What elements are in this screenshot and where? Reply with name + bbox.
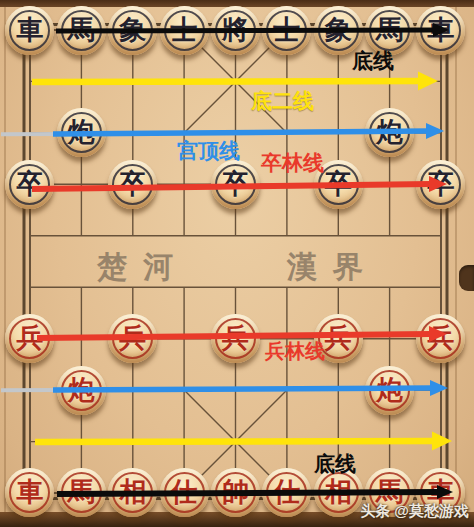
board-point[interactable]: 兵 — [210, 313, 261, 364]
piece-character: 相 — [119, 479, 146, 506]
piece-black-chariot[interactable]: 車 — [5, 6, 54, 55]
board-point[interactable] — [364, 210, 415, 261]
piece-character: 士 — [273, 17, 300, 44]
board-point[interactable] — [4, 416, 55, 467]
board-point[interactable] — [415, 416, 466, 467]
board-point[interactable] — [4, 107, 55, 158]
piece-red-cannon[interactable]: 炮 — [57, 366, 106, 415]
board-point[interactable] — [4, 261, 55, 312]
board-point[interactable]: 車 — [4, 467, 55, 518]
piece-character: 卒 — [222, 171, 249, 198]
piece-character: 馬 — [68, 17, 95, 44]
board-point[interactable]: 炮 — [56, 364, 107, 415]
board-point[interactable] — [107, 107, 158, 158]
board-point[interactable]: 將 — [210, 4, 261, 55]
board-point[interactable]: 帥 — [210, 467, 261, 518]
piece-character: 兵 — [222, 325, 249, 352]
board-point[interactable] — [415, 364, 466, 415]
board-point[interactable] — [107, 416, 158, 467]
piece-character: 兵 — [119, 325, 146, 352]
piece-red-soldier[interactable]: 兵 — [416, 314, 465, 363]
board-point[interactable] — [158, 159, 209, 210]
board-point[interactable] — [107, 261, 158, 312]
piece-black-soldier[interactable]: 卒 — [5, 160, 54, 209]
piece-character: 炮 — [68, 377, 95, 404]
piece-black-cannon[interactable]: 炮 — [365, 108, 414, 157]
board-point[interactable]: 炮 — [56, 107, 107, 158]
board-point[interactable]: 卒 — [4, 159, 55, 210]
board-points: 車馬象士將士象馬車炮炮卒卒卒卒卒兵兵兵兵兵炮炮車馬相仕帥仕相馬車 — [4, 4, 466, 518]
board-point[interactable] — [107, 364, 158, 415]
board-point[interactable]: 兵 — [107, 313, 158, 364]
board-point[interactable] — [415, 107, 466, 158]
board-point[interactable] — [261, 261, 312, 312]
piece-black-horse[interactable]: 馬 — [365, 6, 414, 55]
board-point[interactable] — [56, 416, 107, 467]
board-point[interactable] — [4, 210, 55, 261]
board-point[interactable]: 炮 — [364, 107, 415, 158]
board-point[interactable] — [313, 107, 364, 158]
board-point[interactable] — [4, 56, 55, 107]
piece-black-cannon[interactable]: 炮 — [57, 108, 106, 157]
board-point[interactable] — [210, 56, 261, 107]
board-point[interactable]: 馬 — [56, 467, 107, 518]
board-point[interactable]: 兵 — [415, 313, 466, 364]
board-point[interactable] — [364, 159, 415, 210]
board-point[interactable]: 卒 — [107, 159, 158, 210]
board-point[interactable]: 士 — [261, 4, 312, 55]
piece-red-advisor[interactable]: 仕 — [160, 468, 209, 517]
board-point[interactable] — [158, 107, 209, 158]
board-point[interactable]: 象 — [313, 4, 364, 55]
board-point[interactable] — [415, 261, 466, 312]
board-point[interactable] — [158, 364, 209, 415]
piece-black-elephant[interactable]: 象 — [314, 6, 363, 55]
piece-character: 將 — [222, 17, 249, 44]
board-point[interactable] — [364, 416, 415, 467]
board-point[interactable]: 相 — [313, 467, 364, 518]
piece-character: 炮 — [376, 119, 403, 146]
board-point[interactable] — [313, 261, 364, 312]
board-point[interactable] — [56, 56, 107, 107]
piece-black-soldier[interactable]: 卒 — [108, 160, 157, 209]
board-point[interactable] — [313, 364, 364, 415]
piece-red-soldier[interactable]: 兵 — [211, 314, 260, 363]
piece-black-advisor[interactable]: 士 — [262, 6, 311, 55]
board-point[interactable] — [261, 56, 312, 107]
board-point[interactable]: 卒 — [210, 159, 261, 210]
board-point[interactable] — [210, 107, 261, 158]
board-point[interactable] — [261, 364, 312, 415]
piece-character: 兵 — [325, 325, 352, 352]
board-point[interactable] — [364, 313, 415, 364]
board-point[interactable] — [56, 159, 107, 210]
board-point[interactable] — [210, 210, 261, 261]
board-point[interactable] — [261, 210, 312, 261]
piece-black-chariot[interactable]: 車 — [416, 6, 465, 55]
piece-character: 兵 — [16, 325, 43, 352]
piece-character: 仕 — [171, 479, 198, 506]
board-point[interactable] — [415, 56, 466, 107]
board-point[interactable] — [56, 313, 107, 364]
board-point[interactable] — [107, 210, 158, 261]
board-point[interactable] — [4, 364, 55, 415]
piece-character: 車 — [16, 479, 43, 506]
piece-character: 兵 — [427, 325, 454, 352]
piece-black-soldier[interactable]: 卒 — [211, 160, 260, 209]
board-point[interactable] — [158, 56, 209, 107]
piece-character: 象 — [119, 17, 146, 44]
board-point[interactable] — [261, 313, 312, 364]
board-point[interactable]: 相 — [107, 467, 158, 518]
piece-character: 卒 — [16, 171, 43, 198]
piece-character: 帥 — [222, 479, 249, 506]
piece-black-soldier[interactable]: 卒 — [314, 160, 363, 209]
board-point[interactable]: 仕 — [261, 467, 312, 518]
piece-character: 士 — [171, 17, 198, 44]
piece-character: 馬 — [376, 17, 403, 44]
piece-character: 馬 — [68, 479, 95, 506]
piece-black-soldier[interactable]: 卒 — [416, 160, 465, 209]
piece-red-elephant[interactable]: 相 — [314, 468, 363, 517]
piece-black-horse[interactable]: 馬 — [57, 6, 106, 55]
board-point[interactable] — [313, 210, 364, 261]
board-point[interactable] — [261, 159, 312, 210]
piece-character: 卒 — [325, 171, 352, 198]
piece-character: 象 — [325, 17, 352, 44]
board-point[interactable] — [261, 416, 312, 467]
board-point[interactable]: 馬 — [56, 4, 107, 55]
board-point[interactable] — [415, 210, 466, 261]
xiangqi-board-screenshot: 楚河 漢界 車馬象士將士象馬車炮炮卒卒卒卒卒兵兵兵兵兵炮炮車馬相仕帥仕相馬車 底… — [0, 0, 474, 527]
board-point[interactable] — [56, 261, 107, 312]
piece-red-advisor[interactable]: 仕 — [262, 468, 311, 517]
piece-black-elephant[interactable]: 象 — [108, 6, 157, 55]
board-point[interactable] — [313, 416, 364, 467]
piece-red-general[interactable]: 帥 — [211, 468, 260, 517]
piece-red-elephant[interactable]: 相 — [108, 468, 157, 517]
board-point[interactable] — [158, 210, 209, 261]
board-point[interactable]: 車 — [415, 4, 466, 55]
piece-character: 炮 — [68, 119, 95, 146]
piece-red-soldier[interactable]: 兵 — [108, 314, 157, 363]
piece-red-chariot[interactable]: 車 — [5, 468, 54, 517]
board-point[interactable] — [261, 107, 312, 158]
piece-character: 仕 — [273, 479, 300, 506]
board-point[interactable]: 象 — [107, 4, 158, 55]
board-point[interactable] — [158, 416, 209, 467]
watermark: 头条 @莫愁游戏 — [360, 502, 469, 521]
board-point[interactable]: 兵 — [313, 313, 364, 364]
piece-red-soldier[interactable]: 兵 — [5, 314, 54, 363]
board-point[interactable]: 士 — [158, 4, 209, 55]
piece-red-soldier[interactable]: 兵 — [314, 314, 363, 363]
board-point[interactable] — [210, 416, 261, 467]
board-point[interactable] — [158, 261, 209, 312]
board-point[interactable] — [364, 56, 415, 107]
board-point[interactable] — [107, 56, 158, 107]
piece-character: 卒 — [119, 171, 146, 198]
board-point[interactable] — [210, 364, 261, 415]
piece-red-horse[interactable]: 馬 — [57, 468, 106, 517]
piece-character: 車 — [427, 17, 454, 44]
board-point[interactable]: 車 — [4, 4, 55, 55]
board-point[interactable]: 炮 — [364, 364, 415, 415]
piece-character: 相 — [325, 479, 352, 506]
board-point[interactable]: 仕 — [158, 467, 209, 518]
board-point[interactable] — [313, 56, 364, 107]
board-point[interactable]: 馬 — [364, 4, 415, 55]
piece-black-general[interactable]: 將 — [211, 6, 260, 55]
piece-black-advisor[interactable]: 士 — [160, 6, 209, 55]
piece-red-cannon[interactable]: 炮 — [365, 366, 414, 415]
board-point[interactable]: 卒 — [415, 159, 466, 210]
piece-character: 卒 — [427, 171, 454, 198]
board-point[interactable] — [210, 261, 261, 312]
board-point[interactable] — [56, 210, 107, 261]
board-point[interactable]: 兵 — [4, 313, 55, 364]
board-point[interactable] — [364, 261, 415, 312]
board-point[interactable] — [158, 313, 209, 364]
piece-character: 車 — [16, 17, 43, 44]
board-point[interactable]: 卒 — [313, 159, 364, 210]
piece-character: 炮 — [376, 377, 403, 404]
